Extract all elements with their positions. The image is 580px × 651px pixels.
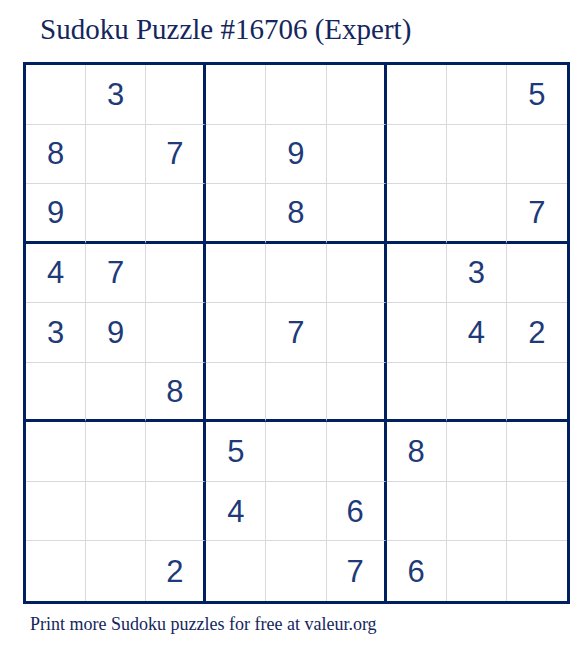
- cell-r1c6-empty: [327, 65, 387, 125]
- cell-r9c1-empty: [26, 541, 86, 601]
- cell-r9c6-given: 7: [327, 541, 387, 601]
- cell-r4c1-given: 4: [26, 244, 86, 304]
- cell-r3c8-empty: [447, 184, 507, 244]
- cell-r2c9-empty: [507, 125, 567, 185]
- cell-r6c9-empty: [507, 363, 567, 423]
- cell-r1c7-empty: [387, 65, 447, 125]
- cell-r8c6-given: 6: [327, 482, 387, 542]
- footer-note: Print more Sudoku puzzles for free at va…: [30, 614, 377, 635]
- cell-r9c8-empty: [447, 541, 507, 601]
- cell-r7c6-empty: [327, 422, 387, 482]
- cell-r5c7-empty: [387, 303, 447, 363]
- cell-r1c4-empty: [206, 65, 266, 125]
- cell-r8c1-empty: [26, 482, 86, 542]
- cell-r5c1-given: 3: [26, 303, 86, 363]
- cell-r6c5-empty: [266, 363, 326, 423]
- cell-r3c7-empty: [387, 184, 447, 244]
- cell-r5c2-given: 9: [86, 303, 146, 363]
- cell-r4c3-empty: [146, 244, 206, 304]
- cell-r6c4-empty: [206, 363, 266, 423]
- cell-r3c2-empty: [86, 184, 146, 244]
- cell-r4c6-empty: [327, 244, 387, 304]
- cell-r8c3-empty: [146, 482, 206, 542]
- cell-r2c4-empty: [206, 125, 266, 185]
- cell-r6c8-empty: [447, 363, 507, 423]
- cell-r8c8-empty: [447, 482, 507, 542]
- cell-r5c3-empty: [146, 303, 206, 363]
- cell-r3c5-given: 8: [266, 184, 326, 244]
- page-title: Sudoku Puzzle #16706 (Expert): [40, 13, 411, 46]
- cell-r3c3-empty: [146, 184, 206, 244]
- cell-r9c5-empty: [266, 541, 326, 601]
- cell-r8c9-empty: [507, 482, 567, 542]
- cell-r8c2-empty: [86, 482, 146, 542]
- cell-r3c1-given: 9: [26, 184, 86, 244]
- cell-r2c3-given: 7: [146, 125, 206, 185]
- cell-r5c8-given: 4: [447, 303, 507, 363]
- cell-r4c9-empty: [507, 244, 567, 304]
- cell-r5c9-given: 2: [507, 303, 567, 363]
- cell-r4c4-empty: [206, 244, 266, 304]
- cell-r1c5-empty: [266, 65, 326, 125]
- cell-r4c8-given: 3: [447, 244, 507, 304]
- cell-r1c1-empty: [26, 65, 86, 125]
- cell-r8c4-given: 4: [206, 482, 266, 542]
- cell-r5c4-empty: [206, 303, 266, 363]
- cell-r7c7-given: 8: [387, 422, 447, 482]
- cell-r1c3-empty: [146, 65, 206, 125]
- cell-r6c3-given: 8: [146, 363, 206, 423]
- cell-r7c5-empty: [266, 422, 326, 482]
- cell-r1c9-given: 5: [507, 65, 567, 125]
- cell-r3c6-empty: [327, 184, 387, 244]
- cell-r7c8-empty: [447, 422, 507, 482]
- cell-r7c4-given: 5: [206, 422, 266, 482]
- cell-r7c3-empty: [146, 422, 206, 482]
- cell-r2c5-given: 9: [266, 125, 326, 185]
- cell-r9c2-empty: [86, 541, 146, 601]
- cell-r6c7-empty: [387, 363, 447, 423]
- cell-r7c1-empty: [26, 422, 86, 482]
- cell-r4c7-empty: [387, 244, 447, 304]
- sudoku-page: Sudoku Puzzle #16706 (Expert) 3587998747…: [0, 0, 580, 651]
- cell-r4c2-given: 7: [86, 244, 146, 304]
- cell-r2c6-empty: [327, 125, 387, 185]
- cell-r2c8-empty: [447, 125, 507, 185]
- cell-r5c5-given: 7: [266, 303, 326, 363]
- cell-r1c8-empty: [447, 65, 507, 125]
- cell-r6c2-empty: [86, 363, 146, 423]
- cell-r6c6-empty: [327, 363, 387, 423]
- cell-r9c9-empty: [507, 541, 567, 601]
- cell-r2c1-given: 8: [26, 125, 86, 185]
- cell-r2c2-empty: [86, 125, 146, 185]
- cell-r2c7-empty: [387, 125, 447, 185]
- cell-r3c9-given: 7: [507, 184, 567, 244]
- cell-r5c6-empty: [327, 303, 387, 363]
- cell-r7c9-empty: [507, 422, 567, 482]
- cell-r6c1-empty: [26, 363, 86, 423]
- cell-r9c4-empty: [206, 541, 266, 601]
- sudoku-board: 358799874733974285846276: [23, 62, 570, 604]
- cell-r3c4-empty: [206, 184, 266, 244]
- cell-r8c7-empty: [387, 482, 447, 542]
- cell-r9c3-given: 2: [146, 541, 206, 601]
- cell-r8c5-empty: [266, 482, 326, 542]
- cell-r1c2-given: 3: [86, 65, 146, 125]
- cell-r7c2-empty: [86, 422, 146, 482]
- cell-r4c5-empty: [266, 244, 326, 304]
- cell-r9c7-given: 6: [387, 541, 447, 601]
